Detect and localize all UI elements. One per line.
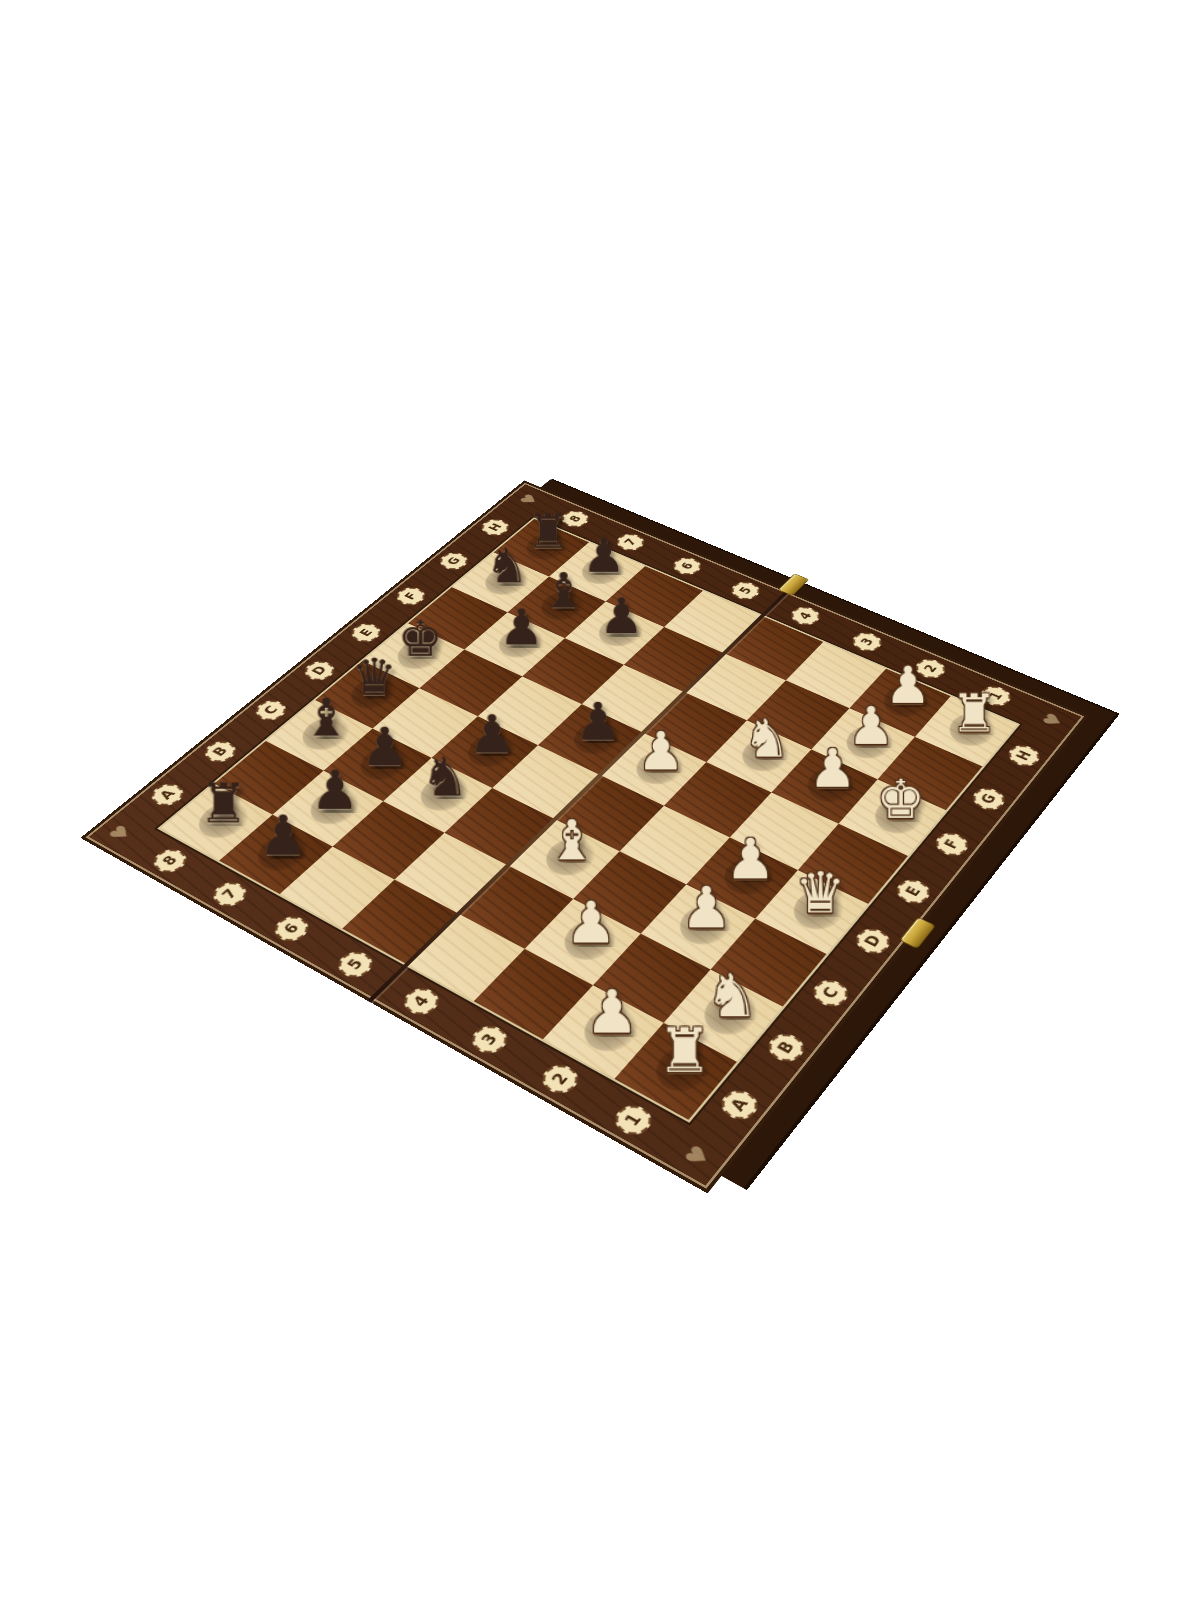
white-pawn-a2[interactable]: ♟ (574, 978, 651, 1047)
chess-board: ♜♝♛♚♞♜♟♟♟♟♝♟♞♟♟♟♝♟♟♞♟♟♟♟♟♟♜♞♛♚♜ ABCDEFGH… (80, 480, 1088, 1193)
white-king-f1[interactable]: ♚ (866, 768, 935, 830)
black-pawn-a7[interactable]: ♟ (248, 804, 319, 868)
white-bishop-c4[interactable]: ♝ (536, 809, 607, 873)
white-pawn-f2[interactable]: ♟ (799, 738, 867, 799)
scene: ♜♝♛♚♞♜♟♟♟♟♝♟♞♟♟♟♝♟♟♞♟♟♟♟♟♟♜♞♛♚♜ ABCDEFGH… (0, 0, 1200, 1600)
board-tilt: ♜♝♛♚♞♜♟♟♟♟♝♟♞♟♟♟♝♟♟♞♟♟♟♟♟♟♜♞♛♚♜ ABCDEFGH… (80, 480, 1088, 1193)
black-knight-c6[interactable]: ♞ (411, 746, 480, 808)
white-rook-a1[interactable]: ♜ (646, 1016, 724, 1086)
white-pawn-c2[interactable]: ♟ (670, 875, 743, 941)
